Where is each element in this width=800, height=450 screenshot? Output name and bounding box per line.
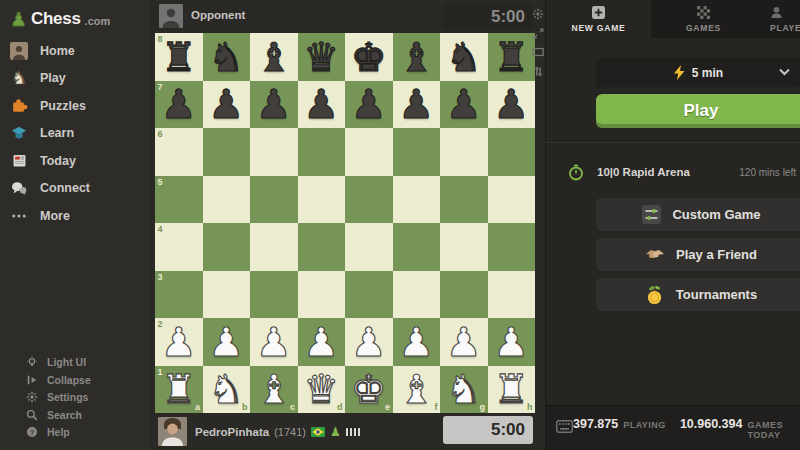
- square-g3[interactable]: [440, 271, 488, 319]
- piece-white-pawn[interactable]: ♟: [298, 318, 346, 366]
- piece-white-queen[interactable]: ♛: [298, 366, 346, 414]
- sidebar-footer: Light UI Collapse Settings Search: [0, 354, 150, 442]
- opponent-clock: 5:00: [443, 4, 533, 30]
- sidebar-item-more[interactable]: More: [0, 202, 150, 230]
- square-h8[interactable]: ♜: [488, 33, 536, 81]
- square-h5[interactable]: [488, 176, 536, 224]
- svg-text:?: ?: [29, 429, 33, 436]
- square-b7[interactable]: ♟: [203, 81, 251, 129]
- time-control-select[interactable]: 5 min: [596, 58, 800, 87]
- square-e8[interactable]: ♚: [345, 33, 393, 81]
- rank-coordinate: 5: [158, 178, 163, 187]
- light-ui-toggle[interactable]: Light UI: [0, 354, 150, 372]
- square-c2[interactable]: ♟: [250, 318, 298, 366]
- square-e7[interactable]: ♟: [345, 81, 393, 129]
- player-avatar[interactable]: [158, 417, 187, 446]
- square-g5[interactable]: [440, 176, 488, 224]
- square-d1[interactable]: d♛: [298, 366, 346, 414]
- sidebar-item-label: Learn: [40, 126, 74, 140]
- collapse-icon: [25, 373, 38, 386]
- square-f8[interactable]: ♝: [393, 33, 441, 81]
- square-b6[interactable]: [203, 128, 251, 176]
- trophy-medal-icon: [645, 285, 665, 305]
- player-name: PedroPinhata: [195, 426, 269, 438]
- square-h3[interactable]: [488, 271, 536, 319]
- square-g1[interactable]: g♞: [440, 366, 488, 414]
- square-f5[interactable]: [393, 176, 441, 224]
- piece-black-knight[interactable]: ♞: [203, 33, 251, 81]
- piece-black-pawn[interactable]: ♟: [440, 81, 488, 129]
- search-button[interactable]: Search: [0, 406, 150, 424]
- piece-black-king[interactable]: ♚: [345, 33, 393, 81]
- action-label: Play a Friend: [676, 247, 757, 262]
- piece-black-pawn[interactable]: ♟: [155, 81, 203, 129]
- square-f1[interactable]: f♝: [393, 366, 441, 414]
- ellipsis-icon: [9, 206, 29, 226]
- piece-black-pawn[interactable]: ♟: [250, 81, 298, 129]
- piece-white-pawn[interactable]: ♟: [345, 318, 393, 366]
- square-a2[interactable]: 2♟: [155, 318, 203, 366]
- player-rating: (1741): [274, 426, 306, 438]
- tab-players[interactable]: PLAYERS: [756, 0, 800, 38]
- sidebar-item-label: Today: [40, 154, 76, 168]
- square-e2[interactable]: ♟: [345, 318, 393, 366]
- custom-game-button[interactable]: Custom Game: [596, 198, 800, 231]
- square-e5[interactable]: [345, 176, 393, 224]
- sidebar-item-label: Connect: [40, 181, 90, 195]
- square-a4[interactable]: 4: [155, 223, 203, 271]
- footer-item-label: Settings: [47, 391, 88, 403]
- piece-black-knight[interactable]: ♞: [440, 33, 488, 81]
- piece-black-rook[interactable]: ♜: [488, 33, 536, 81]
- piece-white-pawn[interactable]: ♟: [393, 318, 441, 366]
- games-label: GAMES TODAY: [747, 420, 793, 440]
- action-label: Tournaments: [676, 287, 757, 302]
- square-f7[interactable]: ♟: [393, 81, 441, 129]
- board-tools: [531, 8, 545, 77]
- piece-white-pawn[interactable]: ♟: [203, 318, 251, 366]
- square-a6[interactable]: 6: [155, 128, 203, 176]
- square-h1[interactable]: h♜: [488, 366, 536, 414]
- newspaper-icon: [9, 151, 29, 171]
- fullscreen-icon[interactable]: [532, 27, 544, 39]
- piece-white-pawn[interactable]: ♟: [440, 318, 488, 366]
- live-stats: 397.875 PLAYING 10.960.394 GAMES TODAY: [573, 417, 793, 440]
- settings-button[interactable]: Settings: [0, 389, 150, 407]
- panel-tabs: NEW GAME GAMES PLAYERS: [546, 0, 800, 38]
- new-game-panel: NEW GAME GAMES PLAYERS 5 min Play 10|0 R…: [545, 0, 800, 450]
- square-b1[interactable]: b♞: [203, 366, 251, 414]
- search-icon: [25, 408, 38, 421]
- tab-label: GAMES: [686, 23, 721, 33]
- keyboard-icon[interactable]: [556, 419, 573, 437]
- square-h6[interactable]: [488, 128, 536, 176]
- piece-white-bishop[interactable]: ♝: [250, 366, 298, 414]
- square-c4[interactable]: [250, 223, 298, 271]
- tournaments-button[interactable]: Tournaments: [596, 278, 800, 311]
- square-g4[interactable]: [440, 223, 488, 271]
- chevron-down-icon: [779, 68, 790, 76]
- piece-white-knight[interactable]: ♞: [203, 366, 251, 414]
- rapid-arena-row[interactable]: 10|0 Rapid Arena 120 mins left: [546, 156, 800, 188]
- piece-white-pawn[interactable]: ♟: [250, 318, 298, 366]
- square-b4[interactable]: [203, 223, 251, 271]
- square-f4[interactable]: [393, 223, 441, 271]
- sidebar: ♟ Chess .com Home ♞ Play Puzzles Learn: [0, 0, 150, 450]
- square-c7[interactable]: ♟: [250, 81, 298, 129]
- square-d2[interactable]: ♟: [298, 318, 346, 366]
- piece-white-rook[interactable]: ♜: [488, 366, 536, 414]
- square-h2[interactable]: ♟: [488, 318, 536, 366]
- game-area: Opponent 5:00 8♜♞♝♛♚♝♞♜7♟♟♟♟♟♟♟♟65432♟♟♟…: [150, 0, 545, 450]
- sliders-icon: [641, 205, 661, 225]
- sidebar-item-label: Home: [40, 44, 75, 58]
- time-control-value: 5 min: [692, 66, 723, 80]
- chesscom-logo[interactable]: ♟ Chess .com: [0, 0, 150, 37]
- stopwatch-icon: [568, 164, 584, 181]
- piece-black-pawn[interactable]: ♟: [488, 81, 536, 129]
- square-g6[interactable]: [440, 128, 488, 176]
- piece-black-queen[interactable]: ♛: [298, 33, 346, 81]
- piece-black-pawn[interactable]: ♟: [393, 81, 441, 129]
- square-d6[interactable]: [298, 128, 346, 176]
- players-icon: [770, 6, 783, 19]
- square-b8[interactable]: ♞: [203, 33, 251, 81]
- square-a7[interactable]: 7♟: [155, 81, 203, 129]
- piece-white-knight[interactable]: ♞: [440, 366, 488, 414]
- piece-black-pawn[interactable]: ♟: [298, 81, 346, 129]
- square-c1[interactable]: c♝: [250, 366, 298, 414]
- lightning-bolt-icon: [674, 65, 685, 80]
- square-h4[interactable]: [488, 223, 536, 271]
- puzzle-piece-icon: [9, 96, 29, 116]
- tab-label: NEW GAME: [571, 23, 625, 33]
- square-b5[interactable]: [203, 176, 251, 224]
- piece-white-rook[interactable]: ♜: [155, 366, 203, 414]
- piece-white-king[interactable]: ♚: [345, 366, 393, 414]
- handshake-icon: [645, 245, 665, 265]
- home-avatar-icon: [9, 41, 29, 61]
- help-icon: ?: [25, 426, 38, 439]
- lightbulb-icon: [25, 356, 38, 369]
- sidebar-item-label: More: [40, 209, 70, 223]
- square-e6[interactable]: [345, 128, 393, 176]
- plus-square-icon: [592, 6, 605, 19]
- chat-bubbles-icon: [9, 178, 29, 198]
- board-settings-gear-icon[interactable]: [532, 8, 544, 20]
- square-c3[interactable]: [250, 271, 298, 319]
- square-a8[interactable]: 8♜: [155, 33, 203, 81]
- play-button[interactable]: Play: [596, 94, 800, 128]
- square-d7[interactable]: ♟: [298, 81, 346, 129]
- theater-mode-icon[interactable]: [532, 46, 544, 58]
- action-label: Custom Game: [672, 207, 760, 222]
- piece-black-rook[interactable]: ♜: [155, 33, 203, 81]
- sidebar-item-play[interactable]: ♞ Play: [0, 65, 150, 93]
- piece-white-pawn[interactable]: ♟: [155, 318, 203, 366]
- piece-black-bishop[interactable]: ♝: [393, 33, 441, 81]
- square-a1[interactable]: 1a♜: [155, 366, 203, 414]
- connection-bars-icon: [346, 428, 361, 436]
- piece-black-pawn[interactable]: ♟: [345, 81, 393, 129]
- footer-item-label: Light UI: [47, 356, 86, 368]
- footer-item-label: Search: [47, 409, 82, 421]
- logo-tld-text: .com: [85, 15, 111, 27]
- square-f2[interactable]: ♟: [393, 318, 441, 366]
- sidebar-item-label: Play: [40, 71, 66, 85]
- flip-board-icon[interactable]: [532, 65, 544, 77]
- square-d3[interactable]: [298, 271, 346, 319]
- games-count: 10.960.394: [680, 417, 743, 431]
- playing-count: 397.875: [573, 417, 618, 431]
- square-c5[interactable]: [250, 176, 298, 224]
- tab-label: PLAYERS: [770, 23, 800, 33]
- square-a5[interactable]: 5: [155, 176, 203, 224]
- square-g7[interactable]: ♟: [440, 81, 488, 129]
- playing-label: PLAYING: [623, 420, 666, 430]
- help-button[interactable]: ? Help: [0, 424, 150, 442]
- tab-new-game[interactable]: NEW GAME: [546, 0, 651, 38]
- tab-games[interactable]: GAMES: [651, 0, 756, 38]
- square-g8[interactable]: ♞: [440, 33, 488, 81]
- sidebar-item-label: Puzzles: [40, 99, 86, 113]
- square-d8[interactable]: ♛: [298, 33, 346, 81]
- square-e4[interactable]: [345, 223, 393, 271]
- piece-black-bishop[interactable]: ♝: [250, 33, 298, 81]
- square-b3[interactable]: [203, 271, 251, 319]
- sidebar-item-today[interactable]: Today: [0, 147, 150, 175]
- chess-com-app: ♟ Chess .com Home ♞ Play Puzzles Learn: [0, 0, 800, 450]
- arena-time-left: 120 mins left: [739, 167, 796, 178]
- square-c6[interactable]: [250, 128, 298, 176]
- rank-coordinate: 4: [158, 225, 163, 234]
- piece-white-bishop[interactable]: ♝: [393, 366, 441, 414]
- brazil-flag-icon: [311, 423, 325, 441]
- panel-divider: [546, 142, 800, 143]
- checkerboard-icon: [697, 6, 710, 19]
- square-f3[interactable]: [393, 271, 441, 319]
- footer-item-label: Collapse: [47, 374, 91, 386]
- square-d4[interactable]: [298, 223, 346, 271]
- arena-title: 10|0 Rapid Arena: [597, 166, 690, 178]
- player-clock: 5:00: [443, 416, 533, 444]
- square-d5[interactable]: [298, 176, 346, 224]
- graduation-cap-icon: [9, 123, 29, 143]
- stats-bar: 397.875 PLAYING 10.960.394 GAMES TODAY: [546, 405, 800, 450]
- logo-pawn-icon: ♟: [10, 10, 27, 29]
- play-a-friend-button[interactable]: Play a Friend: [596, 238, 800, 271]
- square-g2[interactable]: ♟: [440, 318, 488, 366]
- sidebar-item-connect[interactable]: Connect: [0, 175, 150, 203]
- opponent-bar: Opponent 5:00: [150, 0, 545, 33]
- square-b2[interactable]: ♟: [203, 318, 251, 366]
- sidebar-item-home[interactable]: Home: [0, 37, 150, 65]
- opponent-avatar[interactable]: [159, 4, 183, 28]
- gear-icon: [25, 391, 38, 404]
- square-h7[interactable]: ♟: [488, 81, 536, 129]
- chess-board: 8♜♞♝♛♚♝♞♜7♟♟♟♟♟♟♟♟65432♟♟♟♟♟♟♟♟1a♜b♞c♝d♛…: [155, 33, 535, 413]
- square-c8[interactable]: ♝: [250, 33, 298, 81]
- knight-piece-icon: ♞: [9, 68, 29, 88]
- footer-item-label: Help: [47, 426, 70, 438]
- membership-pawn-icon: ♟: [330, 426, 341, 438]
- square-f6[interactable]: [393, 128, 441, 176]
- rank-coordinate: 6: [158, 130, 163, 139]
- collapse-button[interactable]: Collapse: [0, 371, 150, 389]
- opponent-name: Opponent: [191, 9, 245, 21]
- square-a3[interactable]: 3: [155, 271, 203, 319]
- sidebar-item-learn[interactable]: Learn: [0, 120, 150, 148]
- player-bar: PedroPinhata (1741) ♟ 5:00: [150, 413, 545, 450]
- sidebar-item-puzzles[interactable]: Puzzles: [0, 92, 150, 120]
- square-e3[interactable]: [345, 271, 393, 319]
- piece-white-pawn[interactable]: ♟: [488, 318, 536, 366]
- logo-brand-text: Chess: [31, 9, 81, 29]
- rank-coordinate: 3: [158, 273, 163, 282]
- piece-black-pawn[interactable]: ♟: [203, 81, 251, 129]
- square-e1[interactable]: e♚: [345, 366, 393, 414]
